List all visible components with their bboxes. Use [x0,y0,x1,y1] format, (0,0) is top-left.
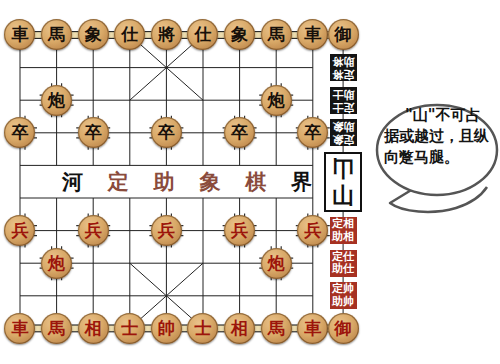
piece-black-f9-r4[interactable]: 卒 [297,117,328,148]
mountain-char-red: 山 [332,184,354,208]
piece-red-f7-r10[interactable]: 相 [224,313,255,344]
piece-red-f4-r10[interactable]: 士 [114,313,145,344]
piece-red-f1-r10[interactable]: 車 [4,313,35,344]
piece-black-f3-r4[interactable]: 卒 [78,117,109,148]
black-helper-label-2: 定士助士 [330,87,357,114]
piece-black-f9-r1[interactable]: 車 [297,19,328,50]
bubble-line-2: 据或越过，且纵 [384,126,497,147]
piece-black-f4-r1[interactable]: 仕 [114,19,145,50]
piece-black-f1-r1[interactable]: 車 [4,19,35,50]
piece-red-f5-r10[interactable]: 帥 [151,313,182,344]
mountain-piece-box: 山 山 [324,152,362,212]
bubble-line-1: "山"不可占 [384,105,497,126]
piece-black-f2-r1[interactable]: 馬 [41,19,72,50]
speech-bubble-text: "山"不可占 据或越过，且纵 向蹩马腿。 [384,105,497,168]
piece-red-f2-r10[interactable]: 馬 [41,313,72,344]
red-helper-label-2: 定仕助仕 [330,250,357,277]
piece-black-f7-r1[interactable]: 象 [224,19,255,50]
red-helper-label-3: 定帅助帅 [330,282,357,309]
piece-black-f1-r4[interactable]: 卒 [4,117,35,148]
piece-black-f8-r3[interactable]: 炮 [261,85,292,116]
piece-black-f5-r4[interactable]: 卒 [151,117,182,148]
red-helper-label-1: 定相助相 [330,217,357,244]
black-helper-label-1: 定将助将 [330,54,357,81]
piece-black-f10-r1[interactable]: 御 [328,19,359,50]
xiangqi-variant-diagram: 山 山 車馬象仕將仕象馬車御炮炮卒卒卒卒卒兵兵兵兵兵炮炮車馬相士帥士相馬車御定将… [0,0,500,364]
black-helper-label-3: 定象助象 [330,119,357,146]
piece-black-f3-r1[interactable]: 象 [78,19,109,50]
piece-black-f8-r1[interactable]: 馬 [261,19,292,50]
piece-red-f3-r10[interactable]: 相 [78,313,109,344]
piece-red-f6-r10[interactable]: 士 [187,313,218,344]
piece-red-f1-r7[interactable]: 兵 [4,215,35,246]
bubble-line-3: 向蹩马腿。 [384,147,497,168]
piece-black-f6-r1[interactable]: 仕 [187,19,218,50]
piece-red-f8-r10[interactable]: 馬 [261,313,292,344]
piece-red-f2-r8[interactable]: 炮 [41,248,72,279]
piece-black-f5-r1[interactable]: 將 [151,19,182,50]
piece-red-f3-r7[interactable]: 兵 [78,215,109,246]
mountain-char-black: 山 [332,156,354,180]
piece-black-f2-r3[interactable]: 炮 [41,85,72,116]
piece-black-f7-r4[interactable]: 卒 [224,117,255,148]
piece-red-f9-r7[interactable]: 兵 [297,215,328,246]
game-board: 山 山 車馬象仕將仕象馬車御炮炮卒卒卒卒卒兵兵兵兵兵炮炮車馬相士帥士相馬車御定将… [2,19,355,345]
piece-red-f8-r8[interactable]: 炮 [261,248,292,279]
piece-red-f9-r10[interactable]: 車 [297,313,328,344]
piece-red-f7-r7[interactable]: 兵 [224,215,255,246]
piece-red-f10-r10[interactable]: 御 [328,313,359,344]
piece-red-f5-r7[interactable]: 兵 [151,215,182,246]
